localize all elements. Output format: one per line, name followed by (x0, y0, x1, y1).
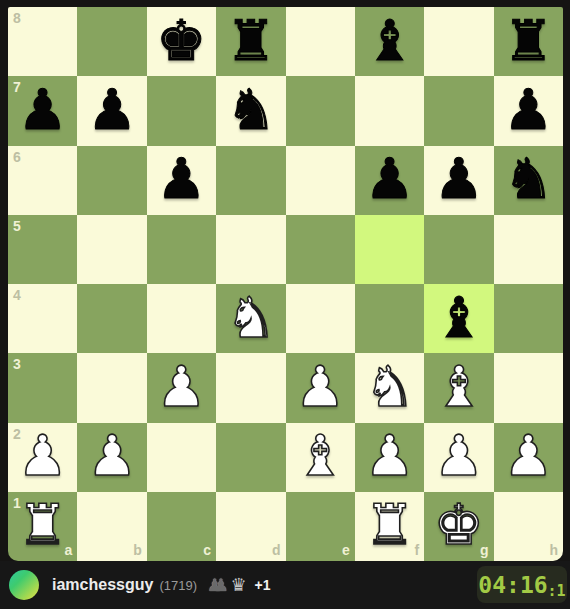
square-g3[interactable]: ♝ (424, 353, 493, 422)
piece-black-pawn[interactable]: ♟ (156, 151, 206, 207)
square-g6[interactable]: ♟ (424, 146, 493, 215)
piece-white-pawn[interactable]: ♟ (87, 428, 137, 484)
file-label-e: e (342, 543, 350, 557)
square-b3[interactable] (77, 353, 146, 422)
square-g4[interactable]: ♝ (424, 284, 493, 353)
square-b5[interactable] (77, 215, 146, 284)
player-rating: (1719) (159, 578, 197, 593)
square-d8[interactable]: ♜ (216, 7, 285, 76)
clock-tenths: :1 (548, 582, 566, 603)
rank-label-4: 4 (13, 288, 21, 302)
file-label-f: f (415, 543, 420, 557)
square-f3[interactable]: ♞ (355, 353, 424, 422)
piece-white-pawn[interactable]: ♟ (434, 428, 484, 484)
piece-black-rook[interactable]: ♜ (503, 13, 553, 69)
square-g8[interactable] (424, 7, 493, 76)
piece-black-pawn[interactable]: ♟ (87, 82, 137, 138)
square-a4[interactable]: 4 (8, 284, 77, 353)
square-c4[interactable] (147, 284, 216, 353)
square-g7[interactable] (424, 76, 493, 145)
piece-white-rook[interactable]: ♜ (364, 497, 414, 553)
square-a5[interactable]: 5 (8, 215, 77, 284)
piece-black-king[interactable]: ♚ (156, 13, 206, 69)
square-a6[interactable]: 6 (8, 146, 77, 215)
square-e4[interactable] (286, 284, 355, 353)
square-e2[interactable]: ♝ (286, 423, 355, 492)
piece-white-pawn[interactable]: ♟ (295, 359, 345, 415)
rank-label-8: 8 (13, 11, 21, 25)
square-d3[interactable] (216, 353, 285, 422)
square-c8[interactable]: ♚ (147, 7, 216, 76)
square-f6[interactable]: ♟ (355, 146, 424, 215)
square-e6[interactable] (286, 146, 355, 215)
clock-time: 04:16 (478, 572, 547, 598)
piece-black-pawn[interactable]: ♟ (364, 151, 414, 207)
square-g1[interactable]: g♚ (424, 492, 493, 561)
square-d7[interactable]: ♞ (216, 76, 285, 145)
piece-white-pawn[interactable]: ♟ (156, 359, 206, 415)
square-f2[interactable]: ♟ (355, 423, 424, 492)
file-label-h: h (549, 543, 558, 557)
piece-black-pawn[interactable]: ♟ (503, 82, 553, 138)
piece-white-knight[interactable]: ♞ (226, 290, 276, 346)
square-e8[interactable] (286, 7, 355, 76)
player-username[interactable]: iamchessguy (52, 576, 153, 594)
square-h6[interactable]: ♞ (494, 146, 563, 215)
square-a3[interactable]: 3 (8, 353, 77, 422)
captured-pawns-icon: ♟♟ (207, 577, 219, 594)
square-c1[interactable]: c (147, 492, 216, 561)
square-d4[interactable]: ♞ (216, 284, 285, 353)
square-c7[interactable] (147, 76, 216, 145)
square-d1[interactable]: d (216, 492, 285, 561)
piece-black-knight[interactable]: ♞ (503, 151, 553, 207)
square-f8[interactable]: ♝ (355, 7, 424, 76)
piece-white-knight[interactable]: ♞ (364, 359, 414, 415)
piece-black-pawn[interactable]: ♟ (434, 151, 484, 207)
square-h5[interactable] (494, 215, 563, 284)
rank-label-6: 6 (13, 150, 21, 164)
square-h4[interactable] (494, 284, 563, 353)
rank-label-5: 5 (13, 219, 21, 233)
square-b6[interactable] (77, 146, 146, 215)
square-f4[interactable] (355, 284, 424, 353)
square-h3[interactable] (494, 353, 563, 422)
square-a1[interactable]: 1a♜ (8, 492, 77, 561)
square-e7[interactable] (286, 76, 355, 145)
square-d5[interactable] (216, 215, 285, 284)
piece-white-king[interactable]: ♚ (434, 497, 484, 553)
square-d2[interactable] (216, 423, 285, 492)
square-h8[interactable]: ♜ (494, 7, 563, 76)
square-a7[interactable]: 7♟ (8, 76, 77, 145)
material-advantage: +1 (255, 577, 271, 593)
square-d6[interactable] (216, 146, 285, 215)
piece-black-bishop[interactable]: ♝ (364, 13, 414, 69)
piece-black-rook[interactable]: ♜ (226, 13, 276, 69)
square-e3[interactable]: ♟ (286, 353, 355, 422)
square-c2[interactable] (147, 423, 216, 492)
square-b8[interactable] (77, 7, 146, 76)
square-g5[interactable] (424, 215, 493, 284)
square-a8[interactable]: 8 (8, 7, 77, 76)
square-f5[interactable] (355, 215, 424, 284)
piece-white-bishop[interactable]: ♝ (295, 428, 345, 484)
file-label-c: c (203, 543, 211, 557)
captured-queen-icon: ♛ (230, 576, 246, 594)
file-label-d: d (272, 543, 281, 557)
square-h7[interactable]: ♟ (494, 76, 563, 145)
square-a2[interactable]: 2♟ (8, 423, 77, 492)
square-c6[interactable]: ♟ (147, 146, 216, 215)
player-clock: 04:16 :1 (477, 566, 567, 603)
piece-white-pawn[interactable]: ♟ (503, 428, 553, 484)
square-f1[interactable]: f♜ (355, 492, 424, 561)
player-bar: iamchessguy (1719) ♟♟ ♛ +1 04:16 :1 (0, 561, 570, 609)
captured-pieces: ♟♟ ♛ +1 (207, 576, 271, 594)
piece-black-bishop[interactable]: ♝ (434, 290, 484, 346)
player-info: iamchessguy (1719) (52, 576, 197, 594)
square-c3[interactable]: ♟ (147, 353, 216, 422)
square-b2[interactable]: ♟ (77, 423, 146, 492)
square-c5[interactable] (147, 215, 216, 284)
rank-label-3: 3 (13, 357, 21, 371)
file-label-b: b (133, 543, 142, 557)
square-b7[interactable]: ♟ (77, 76, 146, 145)
square-h1[interactable]: h (494, 492, 563, 561)
square-f7[interactable] (355, 76, 424, 145)
square-e1[interactable]: e (286, 492, 355, 561)
square-e5[interactable] (286, 215, 355, 284)
chess-board[interactable]: 8♚♜♝♜7♟♟♞♟6♟♟♟♞54♞♝3♟♟♞♝2♟♟♝♟♟♟1a♜bcdef♜… (8, 7, 563, 561)
square-h2[interactable]: ♟ (494, 423, 563, 492)
piece-white-pawn[interactable]: ♟ (18, 428, 68, 484)
piece-white-rook[interactable]: ♜ (18, 497, 68, 553)
square-b1[interactable]: b (77, 492, 146, 561)
square-b4[interactable] (77, 284, 146, 353)
piece-white-bishop[interactable]: ♝ (434, 359, 484, 415)
piece-black-knight[interactable]: ♞ (226, 82, 276, 138)
piece-white-pawn[interactable]: ♟ (364, 428, 414, 484)
player-avatar[interactable] (9, 570, 39, 600)
square-g2[interactable]: ♟ (424, 423, 493, 492)
piece-black-pawn[interactable]: ♟ (18, 82, 68, 138)
